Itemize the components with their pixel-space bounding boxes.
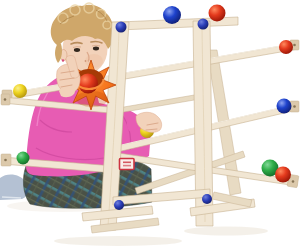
nostril (85, 60, 87, 62)
funnel-shading (76, 91, 108, 107)
left-eye (74, 48, 80, 52)
ball-red-upper-right (279, 40, 293, 54)
knob-top-right (198, 19, 209, 30)
knob-bottom-left (114, 200, 124, 210)
floor-shadow-right (184, 227, 268, 236)
cap-screw (4, 98, 7, 101)
ball-yellow-left (13, 84, 27, 98)
ball-red-in-funnel (78, 74, 98, 94)
cap-screw (293, 105, 296, 108)
photo-toddler-marble-run (0, 0, 300, 251)
ball-green-left (17, 152, 30, 165)
knob-top-left (116, 22, 127, 33)
ball-blue-mid-right (277, 99, 292, 114)
floor-shadow-left (54, 236, 182, 246)
cap-screw (293, 44, 296, 47)
brand-label (120, 159, 135, 170)
shoe-sole (2, 197, 21, 198)
earring (62, 59, 64, 61)
ball-red-lower-right (275, 167, 291, 183)
scene-illustration (0, 0, 300, 251)
knob-bottom-right (202, 194, 212, 204)
cap-screw (292, 180, 295, 183)
ball-red-top (209, 5, 226, 22)
right-eye (93, 47, 99, 51)
cap-screw (4, 159, 7, 162)
ball-blue-top (163, 6, 181, 24)
